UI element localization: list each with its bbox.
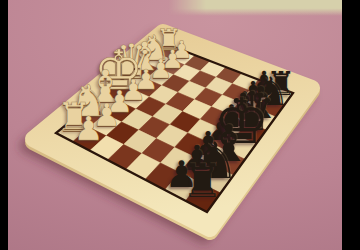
piece-white-pawn-g2: ♟ bbox=[92, 99, 120, 130]
piece-black-knight-b8: ♞ bbox=[254, 73, 290, 113]
letterbox-left bbox=[0, 0, 8, 250]
piece-black-bishop-f8: ♝ bbox=[206, 118, 252, 169]
piece-white-pawn-h2: ♟ bbox=[74, 112, 104, 145]
piece-black-rook-h8: ♜ bbox=[181, 158, 223, 204]
piece-black-pawn-h7: ♟ bbox=[165, 157, 198, 194]
letterbox-right bbox=[342, 0, 360, 250]
piece-white-pawn-c2: ♟ bbox=[149, 56, 173, 82]
piece-black-bishop-c8: ♝ bbox=[241, 81, 281, 125]
piece-white-rook-a1: ♜ bbox=[155, 26, 182, 56]
piece-white-knight-g1: ♞ bbox=[70, 79, 109, 123]
piece-black-pawn-c7: ♟ bbox=[232, 89, 258, 118]
screenshot-root: { "game": "chess", "position": { "fen": … bbox=[0, 0, 360, 250]
piece-white-pawn-b2: ♟ bbox=[161, 46, 184, 71]
piece-black-pawn-d7: ♟ bbox=[218, 101, 245, 131]
photo-area: ♜♟♞♟♝♟♛♟♟♚♜♟♟♝♞♟♟♞♝♟♟♜♛♟♟♚♟♝♟♞♟♜ bbox=[8, 0, 342, 250]
piece-black-queen-d8: ♛ bbox=[228, 85, 276, 139]
piece-white-pawn-e2: ♟ bbox=[120, 76, 146, 105]
piece-black-pawn-a7: ♟ bbox=[252, 67, 276, 93]
piece-white-queen-d1: ♛ bbox=[110, 39, 153, 87]
piece-black-pawn-b7: ♟ bbox=[241, 78, 266, 105]
piece-white-pawn-a2: ♟ bbox=[171, 37, 193, 61]
piece-black-knight-g8: ♞ bbox=[194, 136, 239, 187]
piece-black-pawn-f7: ♟ bbox=[193, 127, 223, 160]
piece-white-bishop-c1: ♝ bbox=[127, 36, 162, 75]
piece-white-king-e1: ♚ bbox=[94, 43, 143, 98]
piece-black-pawn-e7: ♟ bbox=[207, 113, 235, 144]
piece-white-pawn-d2: ♟ bbox=[134, 66, 159, 93]
piece-white-knight-b1: ♞ bbox=[139, 30, 171, 65]
piece-black-king-e8: ♚ bbox=[214, 91, 270, 153]
piece-white-pawn-f2: ♟ bbox=[106, 87, 133, 117]
pieces-layer: ♜♟♞♟♝♟♛♟♟♚♜♟♟♝♞♟♟♞♝♟♟♜♛♟♟♚♟♝♟♞♟♜ bbox=[8, 0, 342, 250]
piece-black-rook-a8: ♜ bbox=[266, 67, 296, 100]
piece-white-bishop-f1: ♝ bbox=[85, 65, 125, 110]
piece-black-pawn-g7: ♟ bbox=[181, 141, 212, 176]
piece-white-rook-h1: ♜ bbox=[56, 96, 92, 136]
